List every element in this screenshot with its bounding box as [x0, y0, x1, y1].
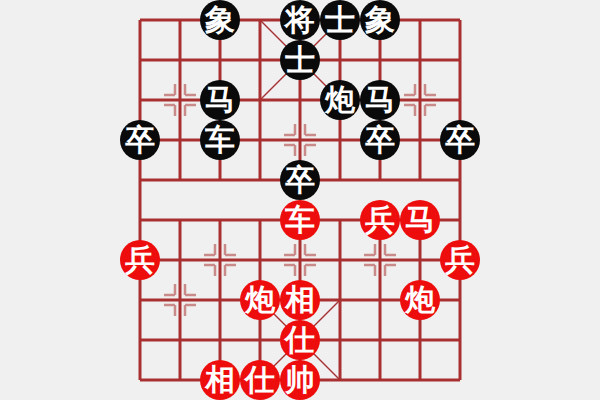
red-advisor-cell: 仕 [280, 320, 320, 360]
red-cannon-cell: 炮 [240, 280, 280, 320]
black-soldier-glyph: 卒 [285, 160, 315, 200]
black-elephant-cell: 象 [200, 0, 240, 40]
black-advisor[interactable]: 士 [320, 0, 360, 40]
black-horse[interactable]: 马 [200, 80, 240, 120]
black-general[interactable]: 将 [280, 0, 320, 40]
red-soldier-cell: 兵 [360, 200, 400, 240]
black-advisor[interactable]: 士 [280, 40, 320, 80]
board-grid[interactable]: 象将士象士马炮马卒车卒卒卒车兵马兵兵炮相炮仕相仕帅 [120, 0, 480, 400]
black-chariot-glyph: 车 [205, 120, 235, 160]
black-chariot[interactable]: 车 [200, 120, 240, 160]
red-general-cell: 帅 [280, 360, 320, 400]
black-soldier[interactable]: 卒 [440, 120, 480, 160]
red-soldier-glyph: 兵 [445, 240, 475, 280]
black-horse-cell: 马 [360, 80, 400, 120]
black-advisor-cell: 士 [320, 0, 360, 40]
black-cannon[interactable]: 炮 [320, 80, 360, 120]
black-chariot-cell: 车 [200, 120, 240, 160]
red-soldier[interactable]: 兵 [440, 240, 480, 280]
black-elephant-cell: 象 [360, 0, 400, 40]
red-general[interactable]: 帅 [280, 360, 320, 400]
red-cannon-glyph: 炮 [245, 280, 275, 320]
red-advisor[interactable]: 仕 [240, 360, 280, 400]
xiangqi-board: 象将士象士马炮马卒车卒卒卒车兵马兵兵炮相炮仕相仕帅 [0, 0, 600, 400]
black-advisor-cell: 士 [280, 40, 320, 80]
black-horse-glyph: 马 [205, 80, 235, 120]
red-elephant[interactable]: 相 [200, 360, 240, 400]
black-soldier-glyph: 卒 [125, 120, 155, 160]
black-soldier[interactable]: 卒 [280, 160, 320, 200]
black-soldier-glyph: 卒 [445, 120, 475, 160]
red-soldier-glyph: 兵 [125, 240, 155, 280]
black-horse-glyph: 马 [365, 80, 395, 120]
black-horse-cell: 马 [200, 80, 240, 120]
black-elephant-glyph: 象 [205, 0, 235, 40]
red-advisor-cell: 仕 [240, 360, 280, 400]
black-soldier-cell: 卒 [280, 160, 320, 200]
black-elephant[interactable]: 象 [360, 0, 400, 40]
red-elephant-cell: 相 [280, 280, 320, 320]
black-horse[interactable]: 马 [360, 80, 400, 120]
red-advisor-glyph: 仕 [285, 320, 315, 360]
red-advisor[interactable]: 仕 [280, 320, 320, 360]
red-cannon-glyph: 炮 [405, 280, 435, 320]
red-soldier[interactable]: 兵 [120, 240, 160, 280]
black-soldier-cell: 卒 [440, 120, 480, 160]
red-soldier-cell: 兵 [120, 240, 160, 280]
red-cannon[interactable]: 炮 [240, 280, 280, 320]
red-cannon-cell: 炮 [400, 280, 440, 320]
red-chariot[interactable]: 车 [280, 200, 320, 240]
red-advisor-glyph: 仕 [245, 360, 275, 400]
black-soldier-cell: 卒 [360, 120, 400, 160]
red-soldier-glyph: 兵 [365, 200, 395, 240]
black-advisor-glyph: 士 [325, 0, 355, 40]
red-cannon[interactable]: 炮 [400, 280, 440, 320]
black-advisor-glyph: 士 [285, 40, 315, 80]
red-chariot-cell: 车 [280, 200, 320, 240]
red-soldier-cell: 兵 [440, 240, 480, 280]
red-horse-cell: 马 [400, 200, 440, 240]
black-soldier-cell: 卒 [120, 120, 160, 160]
red-chariot-glyph: 车 [285, 200, 315, 240]
black-soldier[interactable]: 卒 [120, 120, 160, 160]
black-cannon-cell: 炮 [320, 80, 360, 120]
red-elephant-glyph: 相 [285, 280, 315, 320]
red-general-glyph: 帅 [285, 360, 315, 400]
black-general-cell: 将 [280, 0, 320, 40]
red-horse[interactable]: 马 [400, 200, 440, 240]
red-elephant-glyph: 相 [205, 360, 235, 400]
red-elephant-cell: 相 [200, 360, 240, 400]
black-general-glyph: 将 [285, 0, 315, 40]
black-elephant[interactable]: 象 [200, 0, 240, 40]
red-elephant[interactable]: 相 [280, 280, 320, 320]
red-soldier[interactable]: 兵 [360, 200, 400, 240]
black-soldier[interactable]: 卒 [360, 120, 400, 160]
black-elephant-glyph: 象 [365, 0, 395, 40]
red-horse-glyph: 马 [405, 200, 435, 240]
black-cannon-glyph: 炮 [325, 80, 355, 120]
black-soldier-glyph: 卒 [365, 120, 395, 160]
